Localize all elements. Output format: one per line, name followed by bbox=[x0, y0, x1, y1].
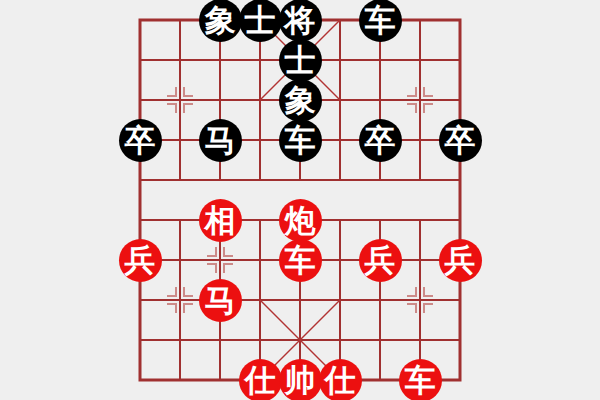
piece-black-advisor[interactable]: 士 bbox=[239, 0, 282, 42]
piece-black-elephant[interactable]: 象 bbox=[279, 79, 322, 122]
piece-red-chariot[interactable]: 车 bbox=[399, 359, 442, 400]
board-pieces-layer: 象士将车士象卒马车卒卒相炮兵车兵兵马仕帅仕车 bbox=[120, 0, 480, 400]
piece-black-elephant[interactable]: 象 bbox=[199, 0, 242, 42]
piece-black-chariot[interactable]: 车 bbox=[279, 119, 322, 162]
piece-red-chariot[interactable]: 车 bbox=[279, 239, 322, 282]
piece-red-soldier[interactable]: 兵 bbox=[119, 239, 162, 282]
piece-red-cannon[interactable]: 炮 bbox=[279, 199, 322, 242]
piece-black-soldier[interactable]: 卒 bbox=[359, 119, 402, 162]
piece-red-horse[interactable]: 马 bbox=[199, 279, 242, 322]
piece-red-elephant[interactable]: 相 bbox=[199, 199, 242, 242]
piece-red-soldier[interactable]: 兵 bbox=[359, 239, 402, 282]
piece-black-general[interactable]: 将 bbox=[279, 0, 322, 42]
piece-black-horse[interactable]: 马 bbox=[199, 119, 242, 162]
piece-red-soldier[interactable]: 兵 bbox=[439, 239, 482, 282]
piece-red-advisor[interactable]: 仕 bbox=[239, 359, 282, 400]
piece-black-soldier[interactable]: 卒 bbox=[119, 119, 162, 162]
piece-black-soldier[interactable]: 卒 bbox=[439, 119, 482, 162]
piece-black-chariot[interactable]: 车 bbox=[359, 0, 402, 42]
xiangqi-board: 象士将车士象卒马车卒卒相炮兵车兵兵马仕帅仕车 bbox=[0, 0, 600, 400]
piece-red-advisor[interactable]: 仕 bbox=[319, 359, 362, 400]
piece-black-advisor[interactable]: 士 bbox=[279, 39, 322, 82]
piece-red-general[interactable]: 帅 bbox=[279, 359, 322, 400]
